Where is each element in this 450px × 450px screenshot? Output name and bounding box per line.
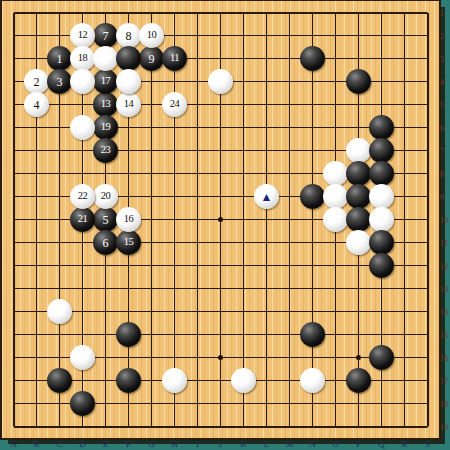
- go-stone-white: [70, 69, 95, 94]
- go-stone-black: [346, 161, 371, 186]
- row-label: 7: [440, 146, 450, 156]
- go-stone-white: [47, 299, 72, 324]
- go-diagram: 123456789101112131415161718192021222324▲…: [0, 0, 450, 450]
- row-label: 19: [440, 422, 450, 432]
- column-label: P: [353, 439, 365, 450]
- go-stone-white: [346, 230, 371, 255]
- star-point: [218, 355, 223, 360]
- column-label: K: [238, 439, 250, 450]
- move-number: 6: [103, 237, 109, 249]
- move-number: 20: [101, 191, 111, 202]
- move-number: 5: [103, 214, 109, 226]
- move-number: 16: [124, 214, 134, 225]
- triangle-mark-icon: ▲: [261, 190, 273, 202]
- move-number: 8: [126, 30, 132, 42]
- go-stone-white: [323, 161, 348, 186]
- go-stone-white: [369, 207, 394, 232]
- row-label: 1: [440, 8, 450, 18]
- go-stone-black: 19: [93, 115, 118, 140]
- row-label: 17: [440, 376, 450, 386]
- move-number: 14: [124, 99, 134, 110]
- star-point: [356, 355, 361, 360]
- column-label: N: [307, 439, 319, 450]
- row-label: 14: [440, 307, 450, 317]
- go-stone-white: [300, 368, 325, 393]
- go-stone-white: 4: [24, 92, 49, 117]
- column-label: I: [192, 439, 204, 450]
- row-label: 5: [440, 100, 450, 110]
- go-stone-black: 7: [93, 23, 118, 48]
- go-stone-white: 16: [116, 207, 141, 232]
- move-number: 4: [34, 99, 40, 111]
- go-stone-black: [369, 345, 394, 370]
- move-number: 3: [57, 76, 63, 88]
- go-stone-white: 8: [116, 23, 141, 48]
- go-stone-black: [346, 207, 371, 232]
- go-board: 123456789101112131415161718192021222324▲: [2, 1, 439, 438]
- row-label: 10: [440, 215, 450, 225]
- row-label: 3: [440, 54, 450, 64]
- go-stone-white: [323, 207, 348, 232]
- move-number: 17: [101, 76, 111, 87]
- go-stone-black: [346, 368, 371, 393]
- go-stone-black: 17: [93, 69, 118, 94]
- go-stone-white: ▲: [254, 184, 279, 209]
- go-stone-white: [369, 184, 394, 209]
- go-stone-black: 1: [47, 46, 72, 71]
- row-label: 6: [440, 123, 450, 133]
- go-stone-white: [70, 115, 95, 140]
- column-label: D: [77, 439, 89, 450]
- row-label: 15: [440, 330, 450, 340]
- row-label: 12: [440, 261, 450, 271]
- go-stone-black: [369, 161, 394, 186]
- go-stone-white: [116, 69, 141, 94]
- stones-layer: 123456789101112131415161718192021222324▲: [2, 1, 439, 438]
- column-label: E: [100, 439, 112, 450]
- move-number: 10: [147, 30, 157, 41]
- move-number: 11: [170, 53, 179, 64]
- column-label: J: [215, 439, 227, 450]
- row-label: 18: [440, 399, 450, 409]
- column-label: S: [422, 439, 434, 450]
- row-label: 9: [440, 192, 450, 202]
- go-stone-white: 2: [24, 69, 49, 94]
- go-stone-black: [300, 46, 325, 71]
- row-label: 11: [440, 238, 450, 248]
- row-label: 8: [440, 169, 450, 179]
- go-stone-black: 21: [70, 207, 95, 232]
- go-stone-black: [300, 184, 325, 209]
- move-number: 23: [101, 145, 111, 156]
- go-stone-black: 23: [93, 138, 118, 163]
- move-number: 1: [57, 53, 63, 65]
- go-stone-white: 10: [139, 23, 164, 48]
- go-stone-white: [208, 69, 233, 94]
- row-label: 4: [440, 77, 450, 87]
- go-stone-black: 3: [47, 69, 72, 94]
- go-stone-black: [116, 368, 141, 393]
- column-label: F: [123, 439, 135, 450]
- go-stone-black: [300, 322, 325, 347]
- go-stone-black: 9: [139, 46, 164, 71]
- go-stone-black: [116, 46, 141, 71]
- move-number: 15: [124, 237, 134, 248]
- column-label: A: [8, 439, 20, 450]
- move-number: 21: [78, 214, 88, 225]
- go-stone-black: 6: [93, 230, 118, 255]
- go-stone-black: [346, 184, 371, 209]
- go-stone-white: [346, 138, 371, 163]
- go-stone-black: 5: [93, 207, 118, 232]
- go-stone-black: [369, 115, 394, 140]
- go-stone-white: [162, 368, 187, 393]
- column-label: H: [169, 439, 181, 450]
- column-label: L: [261, 439, 273, 450]
- move-number: 9: [149, 53, 155, 65]
- row-label: 16: [440, 353, 450, 363]
- move-number: 19: [101, 122, 111, 133]
- move-number: 18: [78, 53, 88, 64]
- go-stone-black: [369, 230, 394, 255]
- move-number: 7: [103, 30, 109, 42]
- go-stone-white: [323, 184, 348, 209]
- go-stone-black: [346, 69, 371, 94]
- go-stone-black: 11: [162, 46, 187, 71]
- move-number: 22: [78, 191, 88, 202]
- go-stone-white: 24: [162, 92, 187, 117]
- go-stone-black: [116, 322, 141, 347]
- go-stone-white: 22: [70, 184, 95, 209]
- column-label: C: [54, 439, 66, 450]
- go-stone-white: 18: [70, 46, 95, 71]
- go-stone-white: [70, 345, 95, 370]
- column-label: B: [31, 439, 43, 450]
- move-number: 12: [78, 30, 88, 41]
- star-point: [218, 217, 223, 222]
- row-label: 13: [440, 284, 450, 294]
- go-stone-white: [93, 46, 118, 71]
- row-label: 2: [440, 31, 450, 41]
- move-number: 13: [101, 99, 111, 110]
- go-stone-white: 14: [116, 92, 141, 117]
- column-label: M: [284, 439, 296, 450]
- column-label: R: [399, 439, 411, 450]
- go-stone-white: 12: [70, 23, 95, 48]
- go-stone-white: [231, 368, 256, 393]
- go-stone-black: 13: [93, 92, 118, 117]
- go-stone-black: [47, 368, 72, 393]
- move-number: 24: [170, 99, 180, 110]
- column-label: O: [330, 439, 342, 450]
- move-number: 2: [34, 76, 40, 88]
- go-stone-black: 15: [116, 230, 141, 255]
- column-label: G: [146, 439, 158, 450]
- go-stone-white: 20: [93, 184, 118, 209]
- go-stone-black: [369, 138, 394, 163]
- column-label: Q: [376, 439, 388, 450]
- go-stone-black: [70, 391, 95, 416]
- go-stone-black: [369, 253, 394, 278]
